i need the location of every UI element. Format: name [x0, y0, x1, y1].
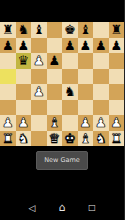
square-d4[interactable] [47, 84, 63, 100]
square-e8[interactable]: ♚ [62, 22, 78, 38]
square-a2[interactable]: ♟ [0, 115, 16, 131]
android-nav-bar: ◁ ⌂ □ [0, 198, 124, 220]
white-bishop: ♝ [48, 116, 60, 129]
black-pawn: ♟ [48, 54, 60, 67]
square-e1[interactable]: ♚ [62, 131, 78, 147]
square-a6[interactable] [0, 53, 16, 69]
white-king: ♚ [64, 132, 76, 145]
square-h3[interactable] [109, 100, 125, 116]
square-a7[interactable]: ♟ [0, 38, 16, 54]
square-d8[interactable] [47, 22, 63, 38]
black-pawn: ♟ [2, 39, 14, 52]
square-d3[interactable] [47, 100, 63, 116]
square-b8[interactable]: ♞ [16, 22, 32, 38]
square-b1[interactable]: ♞ [16, 131, 32, 147]
square-c5[interactable] [31, 69, 47, 85]
black-pawn: ♟ [17, 39, 29, 52]
square-e5[interactable] [62, 69, 78, 85]
square-c2[interactable] [31, 115, 47, 131]
square-g5[interactable] [93, 69, 109, 85]
square-c1[interactable] [31, 131, 47, 147]
square-h2[interactable]: ♟ [109, 115, 125, 131]
black-pawn: ♟ [95, 39, 107, 52]
home-icon[interactable]: ⌂ [57, 202, 67, 213]
square-f8[interactable]: ♝ [78, 22, 94, 38]
square-d5[interactable] [47, 69, 63, 85]
white-bishop: ♝ [79, 132, 91, 145]
bottom-panel: New Game ◁ ⌂ □ [0, 146, 124, 220]
square-b3[interactable] [16, 100, 32, 116]
black-pawn: ♟ [110, 39, 122, 52]
square-g1[interactable]: ♞ [93, 131, 109, 147]
white-knight: ♞ [17, 132, 29, 145]
white-rook: ♜ [110, 132, 122, 145]
square-h4[interactable] [109, 84, 125, 100]
white-pawn: ♟ [2, 116, 14, 129]
square-g8[interactable] [93, 22, 109, 38]
black-bishop: ♝ [79, 23, 91, 36]
square-h7[interactable]: ♟ [109, 38, 125, 54]
white-pawn: ♟ [79, 116, 91, 129]
square-f1[interactable]: ♝ [78, 131, 94, 147]
white-pawn: ♟ [95, 116, 107, 129]
square-e2[interactable] [62, 115, 78, 131]
square-c8[interactable]: ♝ [31, 22, 47, 38]
chess-board: ♜♞♝♚♝♜♟♟♟♟♟♟♛♟♟♟♞♟♟♝♟♟♟♜♞♛♚♝♞♜ [0, 22, 124, 146]
white-pawn: ♟ [33, 54, 45, 67]
square-g2[interactable]: ♟ [93, 115, 109, 131]
square-f2[interactable]: ♟ [78, 115, 94, 131]
square-f6[interactable] [78, 53, 94, 69]
square-b2[interactable]: ♟ [16, 115, 32, 131]
square-c6[interactable]: ♟ [31, 53, 47, 69]
white-knight: ♞ [95, 132, 107, 145]
square-e3[interactable] [62, 100, 78, 116]
square-g4[interactable] [93, 84, 109, 100]
app-screen: ♜♞♝♚♝♜♟♟♟♟♟♟♛♟♟♟♞♟♟♝♟♟♟♜♞♛♚♝♞♜ New Game … [0, 0, 124, 220]
white-pawn: ♟ [33, 85, 45, 98]
recents-icon[interactable]: □ [87, 203, 97, 212]
black-knight: ♞ [17, 23, 29, 36]
square-c7[interactable] [31, 38, 47, 54]
black-bishop: ♝ [33, 23, 45, 36]
status-bar [0, 0, 124, 22]
square-h5[interactable] [109, 69, 125, 85]
square-b7[interactable]: ♟ [16, 38, 32, 54]
white-rook: ♜ [2, 132, 14, 145]
square-h8[interactable]: ♜ [109, 22, 125, 38]
black-queen: ♛ [17, 54, 29, 67]
square-e4[interactable]: ♞ [62, 84, 78, 100]
square-g7[interactable]: ♟ [93, 38, 109, 54]
white-queen: ♛ [48, 132, 60, 145]
black-rook: ♜ [2, 23, 14, 36]
square-b5[interactable] [16, 69, 32, 85]
square-f7[interactable]: ♟ [78, 38, 94, 54]
square-f4[interactable] [78, 84, 94, 100]
square-d6[interactable]: ♟ [47, 53, 63, 69]
square-h1[interactable]: ♜ [109, 131, 125, 147]
black-pawn: ♟ [64, 39, 76, 52]
square-g6[interactable] [93, 53, 109, 69]
square-d2[interactable]: ♝ [47, 115, 63, 131]
square-d7[interactable] [47, 38, 63, 54]
white-pawn: ♟ [110, 116, 122, 129]
square-a3[interactable] [0, 100, 16, 116]
square-e6[interactable] [62, 53, 78, 69]
square-b6[interactable]: ♛ [16, 53, 32, 69]
black-knight: ♞ [64, 85, 76, 98]
square-g3[interactable] [93, 100, 109, 116]
square-f3[interactable] [78, 100, 94, 116]
black-king: ♚ [64, 23, 76, 36]
white-pawn: ♟ [17, 116, 29, 129]
new-game-button[interactable]: New Game [36, 151, 88, 170]
square-c4[interactable]: ♟ [31, 84, 47, 100]
square-e7[interactable]: ♟ [62, 38, 78, 54]
square-a1[interactable]: ♜ [0, 131, 16, 147]
back-icon[interactable]: ◁ [27, 203, 37, 213]
square-h6[interactable] [109, 53, 125, 69]
black-rook: ♜ [110, 23, 122, 36]
square-f5[interactable] [78, 69, 94, 85]
square-a8[interactable]: ♜ [0, 22, 16, 38]
square-d1[interactable]: ♛ [47, 131, 63, 147]
square-a5[interactable] [0, 69, 16, 85]
square-b4[interactable] [16, 84, 32, 100]
black-pawn: ♟ [79, 39, 91, 52]
square-c3[interactable] [31, 100, 47, 116]
square-a4[interactable] [0, 84, 16, 100]
